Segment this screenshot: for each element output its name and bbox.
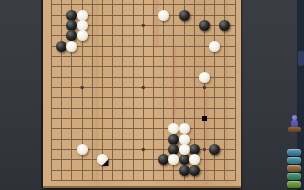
white-stone: [77, 144, 88, 155]
black-stone: [179, 154, 190, 165]
black-stone: [66, 10, 77, 21]
white-stone: [77, 10, 88, 21]
black-stone: [189, 144, 200, 155]
black-stone: [189, 165, 200, 176]
white-stone: [209, 41, 220, 52]
white-stone: [179, 134, 190, 145]
go-board[interactable]: [43, 0, 241, 188]
square-marker: [202, 116, 207, 121]
room-button-3[interactable]: [287, 165, 301, 172]
white-stone: [77, 30, 88, 41]
white-stone: [179, 123, 190, 134]
white-stone: [158, 10, 169, 21]
white-stone: [77, 20, 88, 31]
black-stone: [179, 10, 190, 21]
white-stone: [179, 144, 190, 155]
white-stone: [66, 41, 77, 52]
room-button-4[interactable]: [287, 173, 301, 180]
avatar-body: [291, 120, 298, 127]
avatar-base: [288, 127, 301, 132]
app-window: [0, 0, 304, 190]
player-avatar-icon[interactable]: [288, 115, 301, 132]
white-stone: [199, 72, 210, 83]
room-button-1[interactable]: [287, 149, 301, 156]
room-button-2[interactable]: [287, 157, 301, 164]
room-button-5[interactable]: [287, 181, 301, 188]
window-edge-highlight: [298, 51, 304, 66]
black-stone: [199, 20, 210, 31]
black-stone: [179, 165, 190, 176]
